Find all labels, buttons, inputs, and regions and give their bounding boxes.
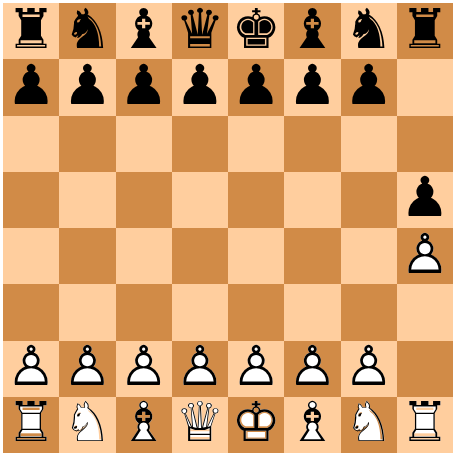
square-b8[interactable]: ♞ — [59, 3, 115, 59]
black-knight-icon: ♞ — [341, 3, 397, 59]
square-f5[interactable] — [284, 172, 340, 228]
square-b2[interactable]: ♟♙ — [59, 341, 115, 397]
square-b3[interactable] — [59, 284, 115, 340]
white-piece-fill: ♟ — [3, 341, 59, 397]
square-h3[interactable] — [397, 284, 453, 340]
black-rook-icon: ♜ — [3, 3, 59, 59]
white-pawn-icon: ♟♙ — [284, 341, 340, 397]
black-piece-glyph: ♟ — [341, 59, 397, 115]
black-piece-glyph: ♜ — [3, 3, 59, 59]
black-knight-icon: ♞ — [59, 3, 115, 59]
black-piece-glyph: ♜ — [397, 3, 453, 59]
black-pawn-icon: ♟ — [228, 59, 284, 115]
square-g5[interactable] — [341, 172, 397, 228]
white-king-icon: ♚♔ — [228, 397, 284, 453]
black-piece-glyph: ♟ — [172, 59, 228, 115]
white-piece-fill: ♟ — [284, 341, 340, 397]
black-piece-glyph: ♝ — [116, 3, 172, 59]
square-e5[interactable] — [228, 172, 284, 228]
black-rook-icon: ♜ — [397, 3, 453, 59]
square-a5[interactable] — [3, 172, 59, 228]
square-f6[interactable] — [284, 116, 340, 172]
square-a4[interactable] — [3, 228, 59, 284]
square-g1[interactable]: ♞♘ — [341, 397, 397, 453]
black-pawn-icon: ♟ — [172, 59, 228, 115]
square-h2[interactable] — [397, 341, 453, 397]
white-piece-outline: ♔ — [228, 397, 284, 453]
white-bishop-icon: ♝♗ — [284, 397, 340, 453]
square-c1[interactable]: ♝♗ — [116, 397, 172, 453]
square-h4[interactable]: ♟♙ — [397, 228, 453, 284]
square-c4[interactable] — [116, 228, 172, 284]
white-queen-icon: ♛♕ — [172, 397, 228, 453]
white-pawn-icon: ♟♙ — [116, 341, 172, 397]
white-piece-fill: ♞ — [59, 397, 115, 453]
black-piece-glyph: ♛ — [172, 3, 228, 59]
white-piece-fill: ♝ — [116, 397, 172, 453]
square-e1[interactable]: ♚♔ — [228, 397, 284, 453]
black-piece-glyph: ♝ — [284, 3, 340, 59]
white-piece-fill: ♟ — [397, 228, 453, 284]
white-piece-fill: ♟ — [341, 341, 397, 397]
square-f3[interactable] — [284, 284, 340, 340]
black-piece-glyph: ♟ — [116, 59, 172, 115]
square-a2[interactable]: ♟♙ — [3, 341, 59, 397]
square-h1[interactable]: ♜♖ — [397, 397, 453, 453]
white-piece-outline: ♗ — [116, 397, 172, 453]
square-b5[interactable] — [59, 172, 115, 228]
square-h5[interactable]: ♟ — [397, 172, 453, 228]
square-h8[interactable]: ♜ — [397, 3, 453, 59]
white-pawn-icon: ♟♙ — [341, 341, 397, 397]
square-b1[interactable]: ♞♘ — [59, 397, 115, 453]
white-bishop-icon: ♝♗ — [116, 397, 172, 453]
square-a8[interactable]: ♜ — [3, 3, 59, 59]
square-d5[interactable] — [172, 172, 228, 228]
white-pawn-icon: ♟♙ — [228, 341, 284, 397]
square-c2[interactable]: ♟♙ — [116, 341, 172, 397]
white-piece-outline: ♙ — [59, 341, 115, 397]
square-e6[interactable] — [228, 116, 284, 172]
square-g4[interactable] — [341, 228, 397, 284]
square-e3[interactable] — [228, 284, 284, 340]
square-f2[interactable]: ♟♙ — [284, 341, 340, 397]
square-d1[interactable]: ♛♕ — [172, 397, 228, 453]
square-d7[interactable]: ♟ — [172, 59, 228, 115]
square-e7[interactable]: ♟ — [228, 59, 284, 115]
white-piece-outline: ♖ — [3, 397, 59, 453]
white-piece-outline: ♙ — [172, 341, 228, 397]
white-piece-outline: ♖ — [397, 397, 453, 453]
white-knight-icon: ♞♘ — [341, 397, 397, 453]
square-g7[interactable]: ♟ — [341, 59, 397, 115]
white-piece-fill: ♜ — [3, 397, 59, 453]
square-e4[interactable] — [228, 228, 284, 284]
black-bishop-icon: ♝ — [116, 3, 172, 59]
white-pawn-icon: ♟♙ — [59, 341, 115, 397]
square-e2[interactable]: ♟♙ — [228, 341, 284, 397]
square-c8[interactable]: ♝ — [116, 3, 172, 59]
white-piece-outline: ♙ — [3, 341, 59, 397]
square-d6[interactable] — [172, 116, 228, 172]
black-piece-glyph: ♞ — [341, 3, 397, 59]
black-queen-icon: ♛ — [172, 3, 228, 59]
black-piece-glyph: ♚ — [228, 3, 284, 59]
white-piece-outline: ♘ — [341, 397, 397, 453]
white-piece-outline: ♕ — [172, 397, 228, 453]
square-c7[interactable]: ♟ — [116, 59, 172, 115]
square-b4[interactable] — [59, 228, 115, 284]
black-pawn-icon: ♟ — [397, 172, 453, 228]
black-pawn-icon: ♟ — [3, 59, 59, 115]
square-d8[interactable]: ♛ — [172, 3, 228, 59]
square-a6[interactable] — [3, 116, 59, 172]
white-piece-outline: ♙ — [116, 341, 172, 397]
square-b6[interactable] — [59, 116, 115, 172]
square-g8[interactable]: ♞ — [341, 3, 397, 59]
black-bishop-icon: ♝ — [284, 3, 340, 59]
square-e8[interactable]: ♚ — [228, 3, 284, 59]
square-c6[interactable] — [116, 116, 172, 172]
black-piece-glyph: ♟ — [59, 59, 115, 115]
white-knight-icon: ♞♘ — [59, 397, 115, 453]
white-piece-fill: ♟ — [228, 341, 284, 397]
white-piece-fill: ♟ — [172, 341, 228, 397]
white-pawn-icon: ♟♙ — [172, 341, 228, 397]
white-rook-icon: ♜♖ — [397, 397, 453, 453]
white-piece-fill: ♝ — [284, 397, 340, 453]
black-piece-glyph: ♟ — [228, 59, 284, 115]
white-pawn-icon: ♟♙ — [397, 228, 453, 284]
white-piece-fill: ♚ — [228, 397, 284, 453]
white-rook-icon: ♜♖ — [3, 397, 59, 453]
white-piece-fill: ♛ — [172, 397, 228, 453]
square-f7[interactable]: ♟ — [284, 59, 340, 115]
white-piece-fill: ♟ — [59, 341, 115, 397]
black-piece-glyph: ♞ — [59, 3, 115, 59]
black-king-icon: ♚ — [228, 3, 284, 59]
square-f8[interactable]: ♝ — [284, 3, 340, 59]
white-piece-fill: ♞ — [341, 397, 397, 453]
white-piece-outline: ♙ — [341, 341, 397, 397]
square-c3[interactable] — [116, 284, 172, 340]
black-pawn-icon: ♟ — [284, 59, 340, 115]
square-h7[interactable] — [397, 59, 453, 115]
white-pawn-icon: ♟♙ — [3, 341, 59, 397]
black-piece-glyph: ♟ — [284, 59, 340, 115]
square-b7[interactable]: ♟ — [59, 59, 115, 115]
white-piece-outline: ♘ — [59, 397, 115, 453]
square-d3[interactable] — [172, 284, 228, 340]
square-a1[interactable]: ♜♖ — [3, 397, 59, 453]
square-a7[interactable]: ♟ — [3, 59, 59, 115]
black-piece-glyph: ♟ — [3, 59, 59, 115]
black-pawn-icon: ♟ — [59, 59, 115, 115]
square-g2[interactable]: ♟♙ — [341, 341, 397, 397]
square-g6[interactable] — [341, 116, 397, 172]
white-piece-fill: ♜ — [397, 397, 453, 453]
board-frame: ♜♞♝♛♚♝♞♜♟♟♟♟♟♟♟♟♟♙♟♙♟♙♟♙♟♙♟♙♟♙♟♙♜♖♞♘♝♗♛♕… — [0, 0, 457, 457]
black-piece-glyph: ♟ — [397, 172, 453, 228]
white-piece-outline: ♙ — [228, 341, 284, 397]
square-d4[interactable] — [172, 228, 228, 284]
square-d2[interactable]: ♟♙ — [172, 341, 228, 397]
square-c5[interactable] — [116, 172, 172, 228]
white-piece-outline: ♗ — [284, 397, 340, 453]
square-f1[interactable]: ♝♗ — [284, 397, 340, 453]
black-pawn-icon: ♟ — [341, 59, 397, 115]
square-a3[interactable] — [3, 284, 59, 340]
chess-board: ♜♞♝♛♚♝♞♜♟♟♟♟♟♟♟♟♟♙♟♙♟♙♟♙♟♙♟♙♟♙♟♙♜♖♞♘♝♗♛♕… — [3, 3, 453, 453]
white-piece-outline: ♙ — [397, 228, 453, 284]
black-pawn-icon: ♟ — [116, 59, 172, 115]
square-f4[interactable] — [284, 228, 340, 284]
square-h6[interactable] — [397, 116, 453, 172]
square-g3[interactable] — [341, 284, 397, 340]
white-piece-fill: ♟ — [116, 341, 172, 397]
white-piece-outline: ♙ — [284, 341, 340, 397]
